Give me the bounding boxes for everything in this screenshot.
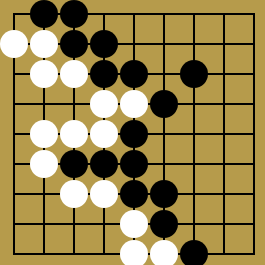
black-stone[interactable] — [60, 150, 88, 178]
white-stone[interactable] — [120, 240, 148, 265]
white-stone[interactable] — [90, 90, 118, 118]
black-stone[interactable] — [120, 150, 148, 178]
white-stone[interactable] — [120, 90, 148, 118]
black-stone[interactable] — [120, 120, 148, 148]
black-stone[interactable] — [180, 240, 208, 265]
black-stone[interactable] — [120, 60, 148, 88]
black-stone[interactable] — [60, 0, 88, 28]
black-stone[interactable] — [150, 210, 178, 238]
white-stone[interactable] — [30, 150, 58, 178]
white-stone[interactable] — [30, 120, 58, 148]
black-stone[interactable] — [180, 60, 208, 88]
go-board[interactable] — [0, 0, 265, 265]
white-stone[interactable] — [120, 210, 148, 238]
white-stone[interactable] — [30, 60, 58, 88]
white-stone[interactable] — [90, 180, 118, 208]
black-stone[interactable] — [120, 180, 148, 208]
white-stone[interactable] — [30, 30, 58, 58]
white-stone[interactable] — [60, 180, 88, 208]
white-stone[interactable] — [60, 120, 88, 148]
black-stone[interactable] — [90, 60, 118, 88]
black-stone[interactable] — [150, 90, 178, 118]
black-stone[interactable] — [60, 30, 88, 58]
white-stone[interactable] — [0, 30, 28, 58]
black-stone[interactable] — [90, 30, 118, 58]
black-stone[interactable] — [150, 180, 178, 208]
white-stone[interactable] — [60, 60, 88, 88]
black-stone[interactable] — [90, 150, 118, 178]
white-stone[interactable] — [90, 120, 118, 148]
white-stone[interactable] — [150, 240, 178, 265]
black-stone[interactable] — [30, 0, 58, 28]
